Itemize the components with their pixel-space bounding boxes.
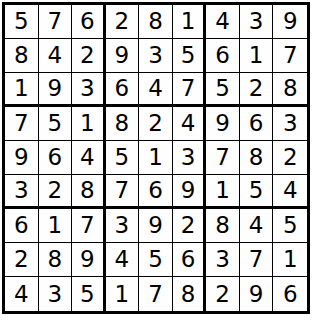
sudoku-cell-r6c3[interactable]: 8 — [72, 175, 106, 209]
sudoku-cell-r2c8[interactable]: 1 — [240, 39, 274, 73]
sudoku-cell-r4c2[interactable]: 5 — [39, 107, 73, 141]
sudoku-cell-r1c4[interactable]: 2 — [106, 5, 140, 39]
sudoku-cell-r8c8[interactable]: 7 — [240, 243, 274, 277]
sudoku-cell-r2c9[interactable]: 7 — [273, 39, 307, 73]
sudoku-cell-r3c1[interactable]: 1 — [5, 73, 39, 107]
sudoku-cell-r7c4[interactable]: 3 — [106, 209, 140, 243]
sudoku-cell-r4c1[interactable]: 7 — [5, 107, 39, 141]
sudoku-cell-r2c4[interactable]: 9 — [106, 39, 140, 73]
sudoku-cell-r8c3[interactable]: 9 — [72, 243, 106, 277]
sudoku-cell-r5c3[interactable]: 4 — [72, 141, 106, 175]
sudoku-cell-r8c7[interactable]: 3 — [206, 243, 240, 277]
sudoku-cell-r8c5[interactable]: 5 — [139, 243, 173, 277]
sudoku-cell-r6c9[interactable]: 4 — [273, 175, 307, 209]
sudoku-cell-r5c4[interactable]: 5 — [106, 141, 140, 175]
sudoku-cell-r5c5[interactable]: 1 — [139, 141, 173, 175]
sudoku-cell-r7c2[interactable]: 1 — [39, 209, 73, 243]
sudoku-cell-r2c3[interactable]: 2 — [72, 39, 106, 73]
sudoku-cell-r7c8[interactable]: 4 — [240, 209, 274, 243]
sudoku-cell-r1c2[interactable]: 7 — [39, 5, 73, 39]
sudoku-cell-r5c9[interactable]: 2 — [273, 141, 307, 175]
sudoku-cell-r4c8[interactable]: 6 — [240, 107, 274, 141]
sudoku-cell-r6c8[interactable]: 5 — [240, 175, 274, 209]
sudoku-cell-r3c5[interactable]: 4 — [139, 73, 173, 107]
sudoku-cell-r9c7[interactable]: 2 — [206, 277, 240, 311]
sudoku-cell-r3c2[interactable]: 9 — [39, 73, 73, 107]
sudoku-cell-r7c9[interactable]: 5 — [273, 209, 307, 243]
sudoku-cell-r9c2[interactable]: 3 — [39, 277, 73, 311]
sudoku-cell-r7c6[interactable]: 2 — [173, 209, 207, 243]
sudoku-cell-r4c9[interactable]: 3 — [273, 107, 307, 141]
sudoku-cell-r2c2[interactable]: 4 — [39, 39, 73, 73]
sudoku-cell-r9c1[interactable]: 4 — [5, 277, 39, 311]
sudoku-cell-r3c3[interactable]: 3 — [72, 73, 106, 107]
sudoku-cell-r9c4[interactable]: 1 — [106, 277, 140, 311]
sudoku-cell-r3c4[interactable]: 6 — [106, 73, 140, 107]
sudoku-cell-r9c9[interactable]: 6 — [273, 277, 307, 311]
sudoku-cell-r6c1[interactable]: 3 — [5, 175, 39, 209]
sudoku-cell-r6c5[interactable]: 6 — [139, 175, 173, 209]
sudoku-cell-r1c3[interactable]: 6 — [72, 5, 106, 39]
sudoku-cell-r2c6[interactable]: 5 — [173, 39, 207, 73]
sudoku-cell-r6c4[interactable]: 7 — [106, 175, 140, 209]
sudoku-cell-r5c1[interactable]: 9 — [5, 141, 39, 175]
sudoku-cell-r1c6[interactable]: 1 — [173, 5, 207, 39]
sudoku-cell-r3c7[interactable]: 5 — [206, 73, 240, 107]
sudoku-cell-r7c1[interactable]: 6 — [5, 209, 39, 243]
sudoku-cell-r5c6[interactable]: 3 — [173, 141, 207, 175]
sudoku-board: 5762814398429356171936475287518249639645… — [2, 2, 310, 314]
sudoku-cell-r5c7[interactable]: 7 — [206, 141, 240, 175]
sudoku-cell-r1c5[interactable]: 8 — [139, 5, 173, 39]
sudoku-cell-r5c2[interactable]: 6 — [39, 141, 73, 175]
sudoku-cell-r7c5[interactable]: 9 — [139, 209, 173, 243]
sudoku-cell-r3c6[interactable]: 7 — [173, 73, 207, 107]
sudoku-cell-r8c2[interactable]: 8 — [39, 243, 73, 277]
sudoku-cell-r8c1[interactable]: 2 — [5, 243, 39, 277]
sudoku-cell-r3c8[interactable]: 2 — [240, 73, 274, 107]
sudoku-cell-r7c3[interactable]: 7 — [72, 209, 106, 243]
sudoku-cell-r1c1[interactable]: 5 — [5, 5, 39, 39]
sudoku-cell-r6c7[interactable]: 1 — [206, 175, 240, 209]
sudoku-cell-r2c1[interactable]: 8 — [5, 39, 39, 73]
sudoku-cell-r4c6[interactable]: 4 — [173, 107, 207, 141]
sudoku-cell-r9c6[interactable]: 8 — [173, 277, 207, 311]
sudoku-cell-r9c3[interactable]: 5 — [72, 277, 106, 311]
sudoku-cell-r6c2[interactable]: 2 — [39, 175, 73, 209]
sudoku-cell-r7c7[interactable]: 8 — [206, 209, 240, 243]
sudoku-cell-r3c9[interactable]: 8 — [273, 73, 307, 107]
sudoku-cell-r4c7[interactable]: 9 — [206, 107, 240, 141]
sudoku-cell-r4c5[interactable]: 2 — [139, 107, 173, 141]
sudoku-cell-r4c4[interactable]: 8 — [106, 107, 140, 141]
sudoku-cell-r9c5[interactable]: 7 — [139, 277, 173, 311]
sudoku-cell-r9c8[interactable]: 9 — [240, 277, 274, 311]
sudoku-cell-r1c7[interactable]: 4 — [206, 5, 240, 39]
sudoku-cell-r2c7[interactable]: 6 — [206, 39, 240, 73]
sudoku-cell-r1c9[interactable]: 9 — [273, 5, 307, 39]
sudoku-cell-r8c4[interactable]: 4 — [106, 243, 140, 277]
sudoku-cell-r4c3[interactable]: 1 — [72, 107, 106, 141]
sudoku-cell-r5c8[interactable]: 8 — [240, 141, 274, 175]
sudoku-cell-r8c9[interactable]: 1 — [273, 243, 307, 277]
sudoku-cell-r8c6[interactable]: 6 — [173, 243, 207, 277]
sudoku-cell-r1c8[interactable]: 3 — [240, 5, 274, 39]
sudoku-cell-r2c5[interactable]: 3 — [139, 39, 173, 73]
sudoku-cell-r6c6[interactable]: 9 — [173, 175, 207, 209]
